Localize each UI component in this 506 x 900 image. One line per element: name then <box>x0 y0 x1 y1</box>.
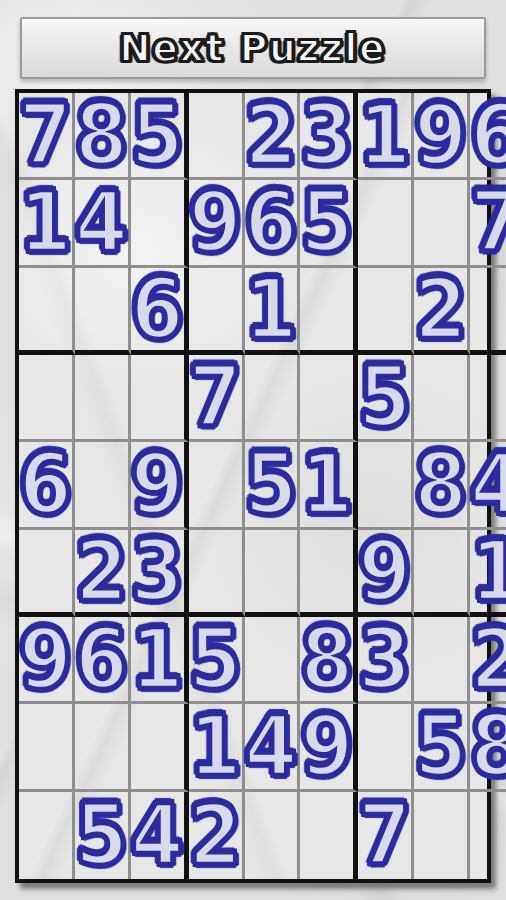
cell-r4c2[interactable] <box>75 355 131 442</box>
cell-r1c1[interactable]: 7 <box>19 93 75 180</box>
given-digit: 1 <box>245 267 298 351</box>
cell-r1c4[interactable] <box>189 93 245 180</box>
given-digit: 4 <box>245 705 298 789</box>
given-digit: 5 <box>358 355 411 439</box>
cell-r7c6[interactable]: 8 <box>300 617 358 704</box>
given-digit: 7 <box>19 93 72 177</box>
cell-r7c9[interactable]: 2 <box>470 617 506 704</box>
cell-r3c6[interactable] <box>300 268 358 355</box>
cell-r6c2[interactable]: 2 <box>75 530 131 617</box>
given-digit: 5 <box>245 443 298 527</box>
cell-r3c1[interactable] <box>19 268 75 355</box>
cell-r8c4[interactable]: 1 <box>189 704 245 791</box>
given-digit: 1 <box>470 529 506 613</box>
cell-r5c5[interactable]: 5 <box>245 442 301 529</box>
cell-r4c7[interactable]: 5 <box>358 355 414 442</box>
cell-r5c9[interactable]: 4 <box>470 442 506 529</box>
cell-r1c5[interactable]: 2 <box>245 93 301 180</box>
cell-r8c6[interactable]: 9 <box>300 704 358 791</box>
cell-r1c3[interactable]: 5 <box>131 93 189 180</box>
cell-r4c5[interactable] <box>245 355 301 442</box>
given-digit: 3 <box>300 93 353 177</box>
next-puzzle-button[interactable]: Next Puzzle <box>20 17 486 79</box>
given-digit: 2 <box>75 529 128 613</box>
given-digit: 5 <box>300 181 353 265</box>
cell-r5c6[interactable]: 1 <box>300 442 358 529</box>
cell-r2c1[interactable]: 1 <box>19 180 75 267</box>
given-digit: 5 <box>75 794 128 878</box>
given-digit: 2 <box>414 267 467 351</box>
given-digit: 9 <box>19 617 72 701</box>
cell-r5c7[interactable] <box>358 442 414 529</box>
given-digit: 6 <box>470 93 506 177</box>
cell-r5c4[interactable] <box>189 442 245 529</box>
given-digit: 4 <box>131 794 184 878</box>
cell-r3c7[interactable] <box>358 268 414 355</box>
given-digit: 9 <box>414 93 467 177</box>
cell-r8c5[interactable]: 4 <box>245 704 301 791</box>
cell-r1c9[interactable]: 6 <box>470 93 506 180</box>
cell-r3c4[interactable] <box>189 268 245 355</box>
cell-r6c4[interactable] <box>189 530 245 617</box>
cell-r5c2[interactable] <box>75 442 131 529</box>
cell-r9c5[interactable] <box>245 792 301 879</box>
cell-r7c4[interactable]: 5 <box>189 617 245 704</box>
given-digit: 6 <box>245 181 298 265</box>
cell-r7c2[interactable]: 6 <box>75 617 131 704</box>
cell-r2c7[interactable] <box>358 180 414 267</box>
cell-r7c8[interactable] <box>414 617 470 704</box>
cell-r4c6[interactable] <box>300 355 358 442</box>
given-digit: 2 <box>470 617 506 701</box>
given-digit: 1 <box>131 617 184 701</box>
cell-r6c1[interactable] <box>19 530 75 617</box>
cell-r7c7[interactable]: 3 <box>358 617 414 704</box>
cell-r9c1[interactable] <box>19 792 75 879</box>
cell-r1c8[interactable]: 9 <box>414 93 470 180</box>
cell-r4c1[interactable] <box>19 355 75 442</box>
cell-r5c8[interactable]: 8 <box>414 442 470 529</box>
given-digit: 7 <box>358 794 411 878</box>
given-digit: 4 <box>75 181 128 265</box>
cell-r9c4[interactable]: 2 <box>189 792 245 879</box>
cell-r3c9[interactable] <box>470 268 506 355</box>
cell-r8c8[interactable]: 5 <box>414 704 470 791</box>
cell-r9c8[interactable] <box>414 792 470 879</box>
given-digit: 5 <box>189 617 242 701</box>
given-digit: 8 <box>470 705 506 789</box>
given-digit: 8 <box>300 617 353 701</box>
cell-r1c6[interactable]: 3 <box>300 93 358 180</box>
given-digit: 1 <box>189 705 242 789</box>
cell-r6c9[interactable]: 1 <box>470 530 506 617</box>
given-digit: 6 <box>19 443 72 527</box>
given-digit: 9 <box>300 705 353 789</box>
cell-r9c2[interactable]: 5 <box>75 792 131 879</box>
cell-r1c2[interactable]: 8 <box>75 93 131 180</box>
given-digit: 2 <box>189 794 242 878</box>
cell-r3c5[interactable]: 1 <box>245 268 301 355</box>
given-digit: 2 <box>245 93 298 177</box>
given-digit: 1 <box>358 93 411 177</box>
given-digit: 6 <box>75 617 128 701</box>
cell-r7c1[interactable]: 9 <box>19 617 75 704</box>
cell-r6c6[interactable] <box>300 530 358 617</box>
cell-r3c2[interactable] <box>75 268 131 355</box>
cell-r5c3[interactable]: 9 <box>131 442 189 529</box>
given-digit: 8 <box>75 93 128 177</box>
cell-r2c2[interactable]: 4 <box>75 180 131 267</box>
given-digit: 5 <box>414 705 467 789</box>
cell-r6c5[interactable] <box>245 530 301 617</box>
given-digit: 9 <box>131 443 184 527</box>
cell-r9c6[interactable] <box>300 792 358 879</box>
cell-r5c1[interactable]: 6 <box>19 442 75 529</box>
cell-r3c3[interactable]: 6 <box>131 268 189 355</box>
given-digit: 3 <box>358 617 411 701</box>
cell-r2c9[interactable]: 7 <box>470 180 506 267</box>
cell-r4c9[interactable] <box>470 355 506 442</box>
cell-r3c8[interactable]: 2 <box>414 268 470 355</box>
given-digit: 1 <box>300 443 353 527</box>
cell-r6c3[interactable]: 3 <box>131 530 189 617</box>
cell-r2c4[interactable]: 9 <box>189 180 245 267</box>
cell-r8c2[interactable] <box>75 704 131 791</box>
given-digit: 6 <box>131 267 184 351</box>
given-digit: 3 <box>131 529 184 613</box>
cell-r7c3[interactable]: 1 <box>131 617 189 704</box>
cell-r7c5[interactable] <box>245 617 301 704</box>
cell-r2c3[interactable] <box>131 180 189 267</box>
cell-r8c9[interactable]: 8 <box>470 704 506 791</box>
cell-r4c4[interactable]: 7 <box>189 355 245 442</box>
cell-r8c3[interactable] <box>131 704 189 791</box>
given-digit: 5 <box>131 93 184 177</box>
given-digit: 9 <box>358 529 411 613</box>
given-digit: 1 <box>19 181 72 265</box>
given-digit: 9 <box>189 181 242 265</box>
cell-r9c3[interactable]: 4 <box>131 792 189 879</box>
cell-r8c7[interactable] <box>358 704 414 791</box>
given-digit: 4 <box>470 443 506 527</box>
cell-r2c8[interactable] <box>414 180 470 267</box>
cell-r2c5[interactable]: 6 <box>245 180 301 267</box>
cell-r4c8[interactable] <box>414 355 470 442</box>
cell-r6c7[interactable]: 9 <box>358 530 414 617</box>
given-digit: 7 <box>470 181 506 265</box>
next-puzzle-button-label: Next Puzzle <box>120 27 387 70</box>
cell-r8c1[interactable] <box>19 704 75 791</box>
cell-r6c8[interactable] <box>414 530 470 617</box>
cell-r2c6[interactable]: 5 <box>300 180 358 267</box>
sudoku-board: 7852319614965761275695184239196158321495… <box>15 89 491 883</box>
cell-r9c9[interactable] <box>470 792 506 879</box>
cell-r9c7[interactable]: 7 <box>358 792 414 879</box>
given-digit: 8 <box>414 443 467 527</box>
cell-r1c7[interactable]: 1 <box>358 93 414 180</box>
given-digit: 7 <box>189 355 242 439</box>
cell-r4c3[interactable] <box>131 355 189 442</box>
